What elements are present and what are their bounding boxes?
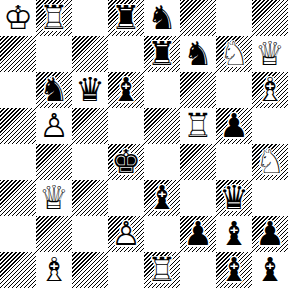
square-e5[interactable] <box>144 108 180 144</box>
square-g8[interactable] <box>216 0 252 36</box>
piece-glyph: ♟ <box>180 216 216 252</box>
square-a7[interactable] <box>0 36 36 72</box>
piece-glyph: ♞ <box>180 36 216 72</box>
square-d2[interactable]: ♟♙ <box>108 216 144 252</box>
piece-glyph: ♖ <box>36 0 72 36</box>
piece-glyph: ♙ <box>36 108 72 144</box>
white-rook-piece: ♜♖ <box>36 0 72 36</box>
square-d3[interactable] <box>108 180 144 216</box>
square-c6[interactable]: ♛♛ <box>72 72 108 108</box>
square-a4[interactable] <box>0 144 36 180</box>
square-c8[interactable] <box>72 0 108 36</box>
square-d6[interactable]: ♝♝ <box>108 72 144 108</box>
piece-glyph: ♝ <box>216 216 252 252</box>
black-bishop-piece: ♝♝ <box>252 252 288 288</box>
square-e1[interactable]: ♜♖ <box>144 252 180 288</box>
black-pawn-piece: ♟♟ <box>180 216 216 252</box>
square-f2[interactable]: ♟♟ <box>180 216 216 252</box>
square-a1[interactable] <box>0 252 36 288</box>
white-rook-piece: ♜♖ <box>144 252 180 288</box>
square-g4[interactable] <box>216 144 252 180</box>
white-knight-piece: ♞♘ <box>216 36 252 72</box>
square-h5[interactable] <box>252 108 288 144</box>
square-f8[interactable] <box>180 0 216 36</box>
square-c7[interactable] <box>72 36 108 72</box>
piece-glyph: ♛ <box>216 180 252 216</box>
black-bishop-piece: ♝♝ <box>144 180 180 216</box>
square-b2[interactable] <box>36 216 72 252</box>
white-bishop-piece: ♝♗ <box>36 252 72 288</box>
piece-glyph: ♖ <box>180 108 216 144</box>
square-e7[interactable]: ♜♜ <box>144 36 180 72</box>
piece-glyph: ♛ <box>72 72 108 108</box>
piece-glyph: ♝ <box>144 180 180 216</box>
square-b4[interactable] <box>36 144 72 180</box>
white-knight-piece: ♞♘ <box>252 144 288 180</box>
square-f3[interactable] <box>180 180 216 216</box>
square-f6[interactable] <box>180 72 216 108</box>
square-b7[interactable] <box>36 36 72 72</box>
square-e2[interactable] <box>144 216 180 252</box>
square-c3[interactable] <box>72 180 108 216</box>
square-b5[interactable]: ♟♙ <box>36 108 72 144</box>
square-b8[interactable]: ♜♖ <box>36 0 72 36</box>
black-knight-piece: ♞♞ <box>36 72 72 108</box>
square-d4[interactable]: ♚♚ <box>108 144 144 180</box>
square-g2[interactable]: ♝♝ <box>216 216 252 252</box>
piece-glyph: ♗ <box>36 252 72 288</box>
piece-glyph: ♗ <box>252 72 288 108</box>
white-bishop-piece: ♝♗ <box>252 72 288 108</box>
square-f4[interactable] <box>180 144 216 180</box>
square-g3[interactable]: ♛♛ <box>216 180 252 216</box>
piece-glyph: ♞ <box>144 0 180 36</box>
square-f7[interactable]: ♞♞ <box>180 36 216 72</box>
square-b6[interactable]: ♞♞ <box>36 72 72 108</box>
square-c4[interactable] <box>72 144 108 180</box>
white-pawn-piece: ♟♙ <box>108 216 144 252</box>
square-e8[interactable]: ♞♞ <box>144 0 180 36</box>
square-c5[interactable] <box>72 108 108 144</box>
black-bishop-piece: ♝♝ <box>108 72 144 108</box>
square-b3[interactable]: ♛♕ <box>36 180 72 216</box>
piece-glyph: ♘ <box>216 36 252 72</box>
piece-glyph: ♝ <box>108 72 144 108</box>
piece-glyph: ♝ <box>216 252 252 288</box>
square-g7[interactable]: ♞♘ <box>216 36 252 72</box>
black-pawn-piece: ♟♟ <box>216 108 252 144</box>
piece-glyph: ♟ <box>216 108 252 144</box>
white-rook-piece: ♜♖ <box>180 108 216 144</box>
white-queen-piece: ♛♕ <box>36 180 72 216</box>
piece-glyph: ♚ <box>108 144 144 180</box>
piece-glyph: ♕ <box>252 36 288 72</box>
black-bishop-piece: ♝♝ <box>216 216 252 252</box>
piece-glyph: ♟ <box>252 216 288 252</box>
black-queen-piece: ♛♛ <box>72 72 108 108</box>
square-f1[interactable] <box>180 252 216 288</box>
square-g6[interactable] <box>216 72 252 108</box>
white-king-piece: ♚♔ <box>0 0 36 36</box>
black-rook-piece: ♜♜ <box>144 36 180 72</box>
piece-glyph: ♕ <box>36 180 72 216</box>
square-h2[interactable]: ♟♟ <box>252 216 288 252</box>
square-g1[interactable]: ♝♝ <box>216 252 252 288</box>
piece-glyph: ♜ <box>108 0 144 36</box>
square-e6[interactable] <box>144 72 180 108</box>
square-d8[interactable]: ♜♜ <box>108 0 144 36</box>
square-a2[interactable] <box>0 216 36 252</box>
square-h6[interactable]: ♝♗ <box>252 72 288 108</box>
square-h8[interactable] <box>252 0 288 36</box>
black-knight-piece: ♞♞ <box>144 0 180 36</box>
piece-glyph: ♝ <box>252 252 288 288</box>
square-e4[interactable] <box>144 144 180 180</box>
piece-glyph: ♖ <box>144 252 180 288</box>
black-king-piece: ♚♚ <box>108 144 144 180</box>
piece-glyph: ♘ <box>252 144 288 180</box>
square-c1[interactable] <box>72 252 108 288</box>
black-rook-piece: ♜♜ <box>108 0 144 36</box>
square-b1[interactable]: ♝♗ <box>36 252 72 288</box>
piece-glyph: ♜ <box>144 36 180 72</box>
square-e3[interactable]: ♝♝ <box>144 180 180 216</box>
square-a3[interactable] <box>0 180 36 216</box>
black-queen-piece: ♛♛ <box>216 180 252 216</box>
square-h3[interactable] <box>252 180 288 216</box>
piece-glyph: ♞ <box>36 72 72 108</box>
square-h4[interactable]: ♞♘ <box>252 144 288 180</box>
square-h1[interactable]: ♝♝ <box>252 252 288 288</box>
square-c2[interactable] <box>72 216 108 252</box>
white-pawn-piece: ♟♙ <box>36 108 72 144</box>
black-pawn-piece: ♟♟ <box>252 216 288 252</box>
piece-glyph: ♔ <box>0 0 36 36</box>
white-queen-piece: ♛♕ <box>252 36 288 72</box>
square-f5[interactable]: ♜♖ <box>180 108 216 144</box>
square-a6[interactable] <box>0 72 36 108</box>
square-h7[interactable]: ♛♕ <box>252 36 288 72</box>
chess-board: ♚♔♜♖♜♜♞♞♜♜♞♞♞♘♛♕♞♞♛♛♝♝♝♗♟♙♜♖♟♟♚♚♞♘♛♕♝♝♛♛… <box>0 0 288 288</box>
black-knight-piece: ♞♞ <box>180 36 216 72</box>
square-d7[interactable] <box>108 36 144 72</box>
square-g5[interactable]: ♟♟ <box>216 108 252 144</box>
square-a5[interactable] <box>0 108 36 144</box>
square-d1[interactable] <box>108 252 144 288</box>
piece-glyph: ♙ <box>108 216 144 252</box>
black-bishop-piece: ♝♝ <box>216 252 252 288</box>
square-a8[interactable]: ♚♔ <box>0 0 36 36</box>
square-d5[interactable] <box>108 108 144 144</box>
